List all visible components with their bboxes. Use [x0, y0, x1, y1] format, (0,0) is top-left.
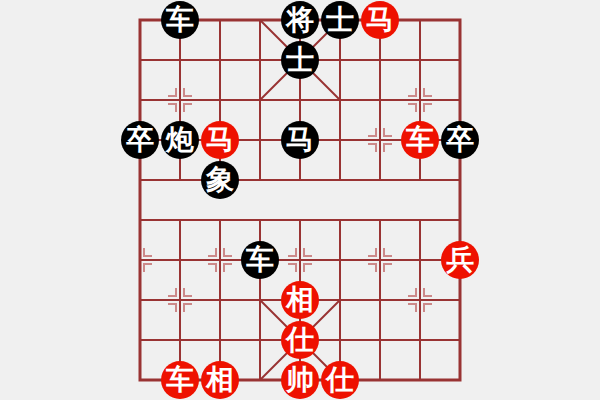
piece-black-chariot[interactable]: 车 — [161, 1, 199, 39]
piece-red-advisor[interactable]: 仕 — [281, 321, 319, 359]
piece-red-chariot[interactable]: 车 — [401, 121, 439, 159]
piece-black-horse[interactable]: 马 — [281, 121, 319, 159]
piece-black-advisor[interactable]: 士 — [321, 1, 359, 39]
piece-black-cannon[interactable]: 炮 — [161, 121, 199, 159]
piece-black-soldier[interactable]: 卒 — [441, 121, 479, 159]
piece-black-advisor[interactable]: 士 — [281, 41, 319, 79]
piece-red-chariot[interactable]: 车 — [161, 361, 199, 399]
piece-black-elephant[interactable]: 象 — [201, 161, 239, 199]
piece-black-general[interactable]: 将 — [281, 1, 319, 39]
piece-red-general[interactable]: 帅 — [281, 361, 319, 399]
piece-red-advisor[interactable]: 仕 — [321, 361, 359, 399]
piece-red-horse[interactable]: 马 — [361, 1, 399, 39]
piece-red-horse[interactable]: 马 — [201, 121, 239, 159]
piece-black-chariot[interactable]: 车 — [241, 241, 279, 279]
piece-red-elephant[interactable]: 相 — [281, 281, 319, 319]
piece-red-elephant[interactable]: 相 — [201, 361, 239, 399]
xiangqi-board[interactable]: 车将士马士卒炮马马车卒象车兵相仕车相帅仕 — [120, 0, 480, 400]
piece-black-soldier[interactable]: 卒 — [121, 121, 159, 159]
piece-red-soldier[interactable]: 兵 — [441, 241, 479, 279]
xiangqi-board-area: 车将士马士卒炮马马车卒象车兵相仕车相帅仕 — [0, 0, 600, 400]
